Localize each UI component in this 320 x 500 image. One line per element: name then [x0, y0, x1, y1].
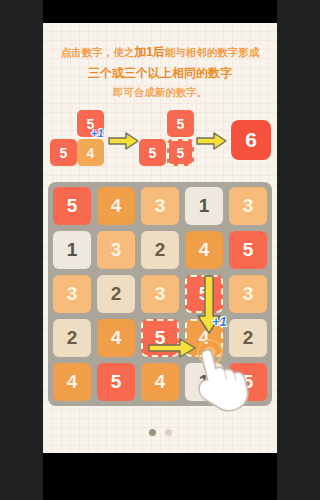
grid-tile-r5c1[interactable]: 4 [53, 363, 91, 401]
page-dot-active[interactable] [149, 429, 156, 436]
grid-tile-r3c3[interactable]: 3 [141, 275, 179, 313]
tutorial-tile-5-merged: 5 [167, 139, 194, 166]
grid-tile-r4c2[interactable]: 4 [97, 319, 135, 357]
grid-tile-r1c1[interactable]: 5 [53, 187, 91, 225]
grid-tile-r2c5[interactable]: 5 [229, 231, 267, 269]
page-dot-inactive[interactable] [165, 429, 172, 436]
grid-tile-r3c5[interactable]: 3 [229, 275, 267, 313]
tutorial-arrow-right-icon-1 [108, 131, 140, 151]
grid-tile-r4c1[interactable]: 2 [53, 319, 91, 357]
tutorial-result-tile-6: 6 [231, 120, 271, 160]
tutorial-tile-5-left-2: 5 [139, 139, 166, 166]
grid-tile-r1c2[interactable]: 4 [97, 187, 135, 225]
instruction-line1-highlight: 加1后 [134, 45, 165, 59]
grid-tile-r5c3[interactable]: 4 [141, 363, 179, 401]
tutorial-tile-4-tapped: 4 [77, 139, 104, 166]
grid-tile-r3c2[interactable]: 2 [97, 275, 135, 313]
tutorial-tile-5-top-2: 5 [167, 110, 194, 137]
tutorial-arrow-right-icon-2 [196, 131, 228, 151]
tutorial-tile-5-left: 5 [50, 139, 77, 166]
tap-plus-one-label: +1 [212, 314, 227, 329]
instruction-line-2: 三个或三个以上相同的数字 [43, 65, 277, 82]
grid-tile-r2c2[interactable]: 3 [97, 231, 135, 269]
tutorial-plus-one-label: +1 [91, 127, 104, 139]
grid-tile-r1c5[interactable]: 3 [229, 187, 267, 225]
grid-tile-r2c1[interactable]: 1 [53, 231, 91, 269]
grid-tile-r1c3[interactable]: 3 [141, 187, 179, 225]
grid-tile-r2c4[interactable]: 4 [185, 231, 223, 269]
grid-tile-r5c2[interactable]: 5 [97, 363, 135, 401]
grid-tile-r2c3[interactable]: 2 [141, 231, 179, 269]
instructions: 点击数字，使之加1后能与相邻的数字形成 三个或三个以上相同的数字 即可合成新的数… [43, 44, 277, 100]
grid-tile-r1c4[interactable]: 1 [185, 187, 223, 225]
game-screen: 点击数字，使之加1后能与相邻的数字形成 三个或三个以上相同的数字 即可合成新的数… [43, 0, 277, 500]
instruction-line-1: 点击数字，使之加1后能与相邻的数字形成 [43, 44, 277, 61]
top-black-bar [43, 0, 277, 23]
pagination-dots [43, 429, 277, 436]
instruction-line1-seg1: 点击数字，使之 [61, 46, 135, 58]
instruction-line1-seg3: 能与相邻的数字形成 [165, 46, 260, 58]
instruction-line-3: 即可合成新的数字。 [43, 86, 277, 100]
grid-tile-r3c1[interactable]: 3 [53, 275, 91, 313]
bottom-black-bar [43, 453, 277, 500]
